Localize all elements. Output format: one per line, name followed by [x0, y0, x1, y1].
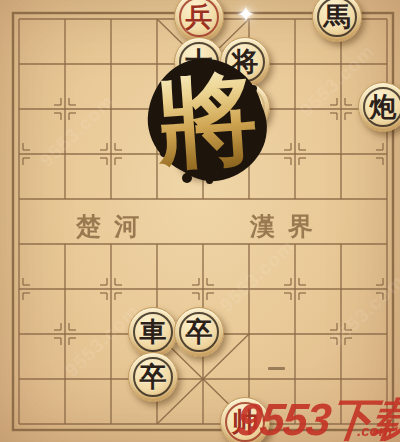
piece-black-卒[interactable]: 卒: [128, 352, 178, 402]
xiangqi-game-screen: 楚河 漢界 9553.com 9553.com 9553.com 9553.co…: [0, 0, 400, 442]
app-logo: 將: [146, 57, 268, 183]
piece-black-車[interactable]: 車: [128, 307, 178, 357]
piece-black-馬[interactable]: 馬: [312, 0, 362, 42]
piece-character: 馬: [313, 0, 361, 41]
piece-character: 炮: [359, 83, 400, 131]
piece-character: 兵: [175, 0, 223, 41]
piece-red-兵[interactable]: 兵: [174, 0, 224, 42]
site-watermark-suffix: .com: [357, 422, 392, 439]
logo-general-character: 將: [142, 53, 272, 187]
piece-black-卒[interactable]: 卒: [174, 307, 224, 357]
sparkle-effect-icon: ✦: [231, 0, 261, 30]
piece-character: 卒: [175, 308, 223, 356]
piece-character: 車: [129, 308, 177, 356]
piece-character: 卒: [129, 353, 177, 401]
piece-black-炮[interactable]: 炮: [358, 82, 400, 132]
